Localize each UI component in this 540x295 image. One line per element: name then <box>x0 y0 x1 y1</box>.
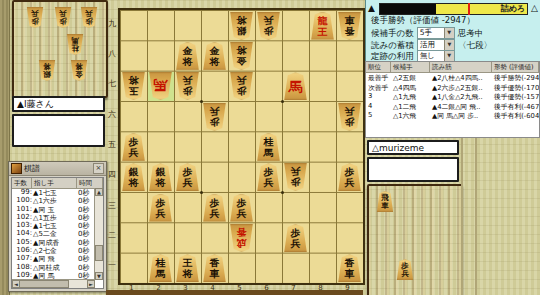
rank-label-六: 六 <box>106 99 118 129</box>
gote-info-box <box>367 157 459 182</box>
kifu-window-title: 棋譜 <box>24 163 93 174</box>
kifu-cell: 100: <box>12 196 33 204</box>
tatami-seam <box>461 138 463 295</box>
candidate-cell: 後手有利(-604) <box>492 111 539 121</box>
gote-piece-飛車[interactable]: 飛車 <box>376 191 394 212</box>
kifu-row[interactable]: 100:△1六歩0秒 <box>12 196 95 204</box>
gote-piece-銀将[interactable]: 銀将 <box>148 163 173 191</box>
gote-piece-歩兵[interactable]: 歩兵 <box>175 163 200 191</box>
sente-piece-歩兵[interactable]: 歩兵 <box>283 163 308 191</box>
candidate-count-value: 5手 <box>418 28 444 38</box>
chevron-down-icon[interactable]: ▼ <box>444 51 454 61</box>
gote-piece-歩兵[interactable]: 歩兵 <box>337 163 362 191</box>
kifu-window: 棋譜 × 手数 指し手 時間 99:▲1七玉0秒100:△1六歩0秒101:▲同… <box>8 161 107 292</box>
kifu-cell: △5二金 <box>33 229 78 237</box>
kifu-row[interactable]: 102:△1五歩0秒 <box>12 213 95 221</box>
gote-piece-銀将[interactable]: 銀将 <box>121 163 146 191</box>
sente-hand-tray: 歩兵歩兵歩兵桂馬銀将金将 <box>12 0 108 98</box>
sente-info-box <box>12 114 105 147</box>
sente-piece-歩兵[interactable]: 歩兵 <box>54 7 72 28</box>
hoshi-dot <box>200 191 203 194</box>
rank-label-七: 七 <box>106 69 118 99</box>
candidate-count-label: 候補手の数 <box>371 28 414 38</box>
kifu-row[interactable]: 104:△5二金0秒 <box>12 229 95 237</box>
candidate-cell: △4四馬 <box>391 83 430 93</box>
sente-piece-歩兵[interactable]: 歩兵 <box>256 12 281 40</box>
sente-piece-金将[interactable]: 金将 <box>229 42 254 70</box>
gote-piece-金将[interactable]: 金将 <box>175 42 200 70</box>
analysis-panel: ▲ 詰めろ △ 後手勝勢（評価値 -2947） 候補手の数5手▼思考中 読みの蓄… <box>365 0 540 61</box>
kifu-row[interactable]: 108:△同桂成0秒 <box>12 263 95 271</box>
candidate-row[interactable]: 3△1九飛▲1八金△2九飛..後手優勢(-1575) <box>366 92 539 102</box>
reading-accum-value: 活用 <box>418 40 444 50</box>
kifu-cell: 0秒 <box>78 205 95 213</box>
gote-piece-馬[interactable]: 馬 <box>283 72 308 100</box>
kifu-cell: 101: <box>12 205 33 213</box>
gote-piece-歩兵[interactable]: 歩兵 <box>396 259 414 280</box>
rank-label-八: 八 <box>106 38 118 68</box>
sente-piece-歩兵[interactable]: 歩兵 <box>26 7 44 28</box>
kifu-cell: 105: <box>12 238 33 246</box>
reading-accum-select[interactable]: 活用▼ <box>417 39 455 51</box>
kifu-cell: △2七金 <box>33 246 78 254</box>
hoshi-dot <box>200 100 203 103</box>
gote-piece-龍王[interactable]: 龍王 <box>310 12 335 40</box>
candidate-cell: 3 <box>366 92 391 102</box>
sente-piece-歩兵[interactable]: 歩兵 <box>229 72 254 100</box>
scroll-right-icon[interactable]: ► <box>87 280 95 288</box>
tatami-seam <box>475 138 477 295</box>
kifu-cell: ▲同成香 <box>33 238 78 246</box>
candidate-cell: △2五銀 <box>391 73 430 83</box>
kifu-row[interactable]: 105:▲同成香0秒 <box>12 238 95 246</box>
candidate-cell: ▲2六歩△2五銀.. <box>430 83 492 93</box>
candidate-row[interactable]: 次善手△4四馬▲2六歩△2五銀..後手優勢(-1706) <box>366 83 539 93</box>
kifu-cell: ▲1七玉 <box>33 188 78 196</box>
kifu-cell: 0秒 <box>78 263 95 271</box>
candidate-cell: ▲4二銀△同 飛.. <box>430 102 492 112</box>
candidate-cell: △1二飛 <box>391 102 430 112</box>
kifu-cell: △1五歩 <box>33 213 78 221</box>
kifu-cell: 108: <box>12 263 33 271</box>
scroll-up-icon[interactable]: ▲ <box>95 188 103 196</box>
kifu-cell: △1六歩 <box>33 196 78 204</box>
gote-piece-歩兵[interactable]: 歩兵 <box>148 194 173 222</box>
candidate-cell: 後手有利(-467) <box>492 102 539 112</box>
kifu-cell: 107: <box>12 254 33 262</box>
gote-piece-香車[interactable]: 香車 <box>337 254 362 282</box>
kifu-cell: 0秒 <box>78 238 95 246</box>
rank-label-二: 二 <box>106 220 118 250</box>
kifu-cell: △同桂成 <box>33 263 78 271</box>
kifu-cell: ▲同 玉 <box>33 205 78 213</box>
candidate-moves-table[interactable]: 順位 候補手 読み筋 形勢 (評価値) 最善手△2五銀▲2八桂△4四馬..後手勝… <box>365 61 540 138</box>
evaluation-bar: 詰めろ <box>379 3 528 15</box>
sente-piece-歩兵[interactable]: 歩兵 <box>175 72 200 100</box>
h-scroll-thumb[interactable] <box>19 280 69 288</box>
gote-piece-桂馬[interactable]: 桂馬 <box>256 133 281 161</box>
gote-piece-桂馬[interactable]: 桂馬 <box>148 254 173 282</box>
rank-label-九: 九 <box>106 8 118 38</box>
kifu-cell: 0秒 <box>78 229 95 237</box>
sente-piece-銀将[interactable]: 銀将 <box>38 60 56 81</box>
rank-labels: 九八七六五四三二一 <box>106 8 118 281</box>
kifu-cell: 0秒 <box>78 196 95 204</box>
rank-label-三: 三 <box>106 190 118 220</box>
col-line: 読み筋 <box>430 62 492 72</box>
rank-label-五: 五 <box>106 129 118 159</box>
board-grid[interactable]: 香車龍王歩兵銀将金将金将金将玉将馬歩兵歩兵馬歩兵歩兵歩兵桂馬銀将銀将歩兵歩兵歩兵… <box>118 8 365 285</box>
kifu-cell: ▲1七玉 <box>33 221 78 229</box>
kifu-cell: 0秒 <box>78 213 95 221</box>
col-rank: 順位 <box>366 62 391 72</box>
gote-mark-icon: △ <box>531 3 538 13</box>
rank-label-四: 四 <box>106 160 118 190</box>
kifu-horizontal-scrollbar[interactable]: ◄ ► <box>12 279 95 288</box>
kifu-window-icon <box>11 163 22 174</box>
kifu-vertical-scrollbar[interactable]: ▲ ▼ <box>94 188 103 280</box>
evaluation-status-text: 後手勝勢（評価値 -2947） <box>371 15 475 27</box>
kifu-row[interactable]: 106:△2七金0秒 <box>12 246 95 254</box>
kifu-cell: 99: <box>12 188 33 196</box>
candidate-cell: 5 <box>366 111 391 121</box>
col-candidate: 候補手 <box>391 62 430 72</box>
gote-player-label: △murizeme <box>372 143 424 153</box>
sente-piece-成香[interactable]: 成香 <box>229 224 254 252</box>
kifu-cell: 0秒 <box>78 254 95 262</box>
kifu-cell: 0秒 <box>78 246 95 254</box>
engine-rank: 〈七段〉 <box>458 39 492 49</box>
scroll-down-icon[interactable]: ▼ <box>95 272 103 280</box>
kifu-cell: 103: <box>12 221 33 229</box>
candidate-cell: 後手優勢(-1575) <box>492 92 539 102</box>
gote-piece-香車[interactable]: 香車 <box>202 254 227 282</box>
sente-player-name: ▲I藤さん <box>12 96 105 112</box>
sente-mark-icon: ▲ <box>368 3 375 13</box>
kifu-cell: 0秒 <box>78 188 95 196</box>
candidate-cell: 次善手 <box>366 83 391 93</box>
gote-piece-金将[interactable]: 金将 <box>202 42 227 70</box>
gote-piece-歩兵[interactable]: 歩兵 <box>121 133 146 161</box>
gote-player-name: △murizeme <box>367 140 459 155</box>
kifu-titlebar[interactable]: 棋譜 × <box>9 162 106 176</box>
kifu-row[interactable]: 101:▲同 玉0秒 <box>12 205 95 213</box>
sente-piece-歩兵[interactable]: 歩兵 <box>337 103 362 131</box>
kifu-col-moveno: 手数 <box>12 178 32 188</box>
candidate-cell: 後手優勢(-1706) <box>492 83 539 93</box>
candidate-cell: 最善手 <box>366 73 391 83</box>
kifu-row[interactable]: 103:▲1七玉0秒 <box>12 221 95 229</box>
eval-bar-sente-portion <box>380 4 436 14</box>
gote-piece-王将[interactable]: 王将 <box>175 254 200 282</box>
kifu-col-move: 指し手 <box>32 178 77 188</box>
sente-piece-金将[interactable]: 金将 <box>70 60 88 81</box>
kifu-cell: 106: <box>12 246 33 254</box>
gote-hand-tray: 飛車歩兵 <box>367 184 463 295</box>
hoshi-dot <box>281 100 284 103</box>
candidate-cell: ▲1八金△2九飛.. <box>430 92 492 102</box>
candidate-cell: ▲2八桂△4四馬.. <box>430 73 492 83</box>
col-eval: 形勢 (評価値) <box>492 62 539 72</box>
sente-piece-桂馬[interactable]: 桂馬 <box>66 34 84 55</box>
candidate-count-select[interactable]: 5手▼ <box>417 27 455 39</box>
kifu-cell: 102: <box>12 213 33 221</box>
kifu-col-time: 時間 <box>77 178 103 188</box>
eval-bar-tick <box>468 3 470 15</box>
candidate-cell: ▲同 馬△同 歩.. <box>430 111 492 121</box>
candidate-row[interactable]: 最善手△2五銀▲2八桂△4四馬..後手勝勢(-2947) <box>366 73 539 83</box>
kifu-cell: 104: <box>12 229 33 237</box>
joseki-value: 無し <box>418 51 444 61</box>
candidate-cell: 後手勝勢(-2947) <box>492 73 539 83</box>
sente-piece-香車[interactable]: 香車 <box>337 12 362 40</box>
kifu-row[interactable]: 99:▲1七玉0秒 <box>12 188 95 196</box>
close-icon[interactable]: × <box>93 163 104 174</box>
board-base-edge <box>106 290 363 295</box>
tsumero-badge: 詰めろ <box>501 4 525 14</box>
evaluation-bar-row: ▲ 詰めろ △ <box>368 2 538 14</box>
sente-piece-玉将[interactable]: 玉将 <box>121 72 146 100</box>
thinking-status: 思考中 <box>458 28 484 38</box>
candidate-cell: △1六飛 <box>391 111 430 121</box>
shogi-board[interactable]: 九八七六五四三二一 香車龍王歩兵銀将金将金将金将玉将馬歩兵歩兵馬歩兵歩兵歩兵桂馬… <box>106 0 363 295</box>
reading-accum-label: 読みの蓄積 <box>371 39 414 49</box>
sente-player-label: ▲I藤さん <box>17 98 54 111</box>
sente-piece-歩兵[interactable]: 歩兵 <box>202 103 227 131</box>
joseki-label: 定跡の利用 <box>371 51 414 61</box>
gote-piece-歩兵[interactable]: 歩兵 <box>202 194 227 222</box>
gote-piece-歩兵[interactable]: 歩兵 <box>283 224 308 252</box>
v-scroll-thumb[interactable] <box>95 245 103 261</box>
candidate-row[interactable]: 5△1六飛▲同 馬△同 歩..後手有利(-604) <box>366 111 539 121</box>
kifu-row[interactable]: 107:▲同 飛0秒 <box>12 254 95 262</box>
candidate-cell: △1九飛 <box>391 92 430 102</box>
hoshi-dot <box>281 191 284 194</box>
kifu-cell: 0秒 <box>78 221 95 229</box>
chevron-down-icon[interactable]: ▼ <box>444 28 454 38</box>
rank-label-一: 一 <box>106 251 118 281</box>
kifu-move-list[interactable]: 手数 指し手 時間 99:▲1七玉0秒100:△1六歩0秒101:▲同 玉0秒1… <box>11 177 104 289</box>
sente-piece-銀将[interactable]: 銀将 <box>229 12 254 40</box>
kifu-cell: ▲同 飛 <box>33 254 78 262</box>
candidate-row[interactable]: 4△1二飛▲4二銀△同 飛..後手有利(-467) <box>366 102 539 112</box>
gote-piece-歩兵[interactable]: 歩兵 <box>229 194 254 222</box>
gote-piece-歩兵[interactable]: 歩兵 <box>256 163 281 191</box>
candidate-cell: 4 <box>366 102 391 112</box>
sente-piece-歩兵[interactable]: 歩兵 <box>80 7 98 28</box>
shogi-app-window: 歩兵歩兵歩兵桂馬銀将金将 ▲I藤さん 棋譜 × 手数 指し手 時間 99:▲1七… <box>0 0 540 295</box>
chevron-down-icon[interactable]: ▼ <box>444 40 454 50</box>
candidate-table-header: 順位 候補手 読み筋 形勢 (評価値) <box>366 62 539 73</box>
